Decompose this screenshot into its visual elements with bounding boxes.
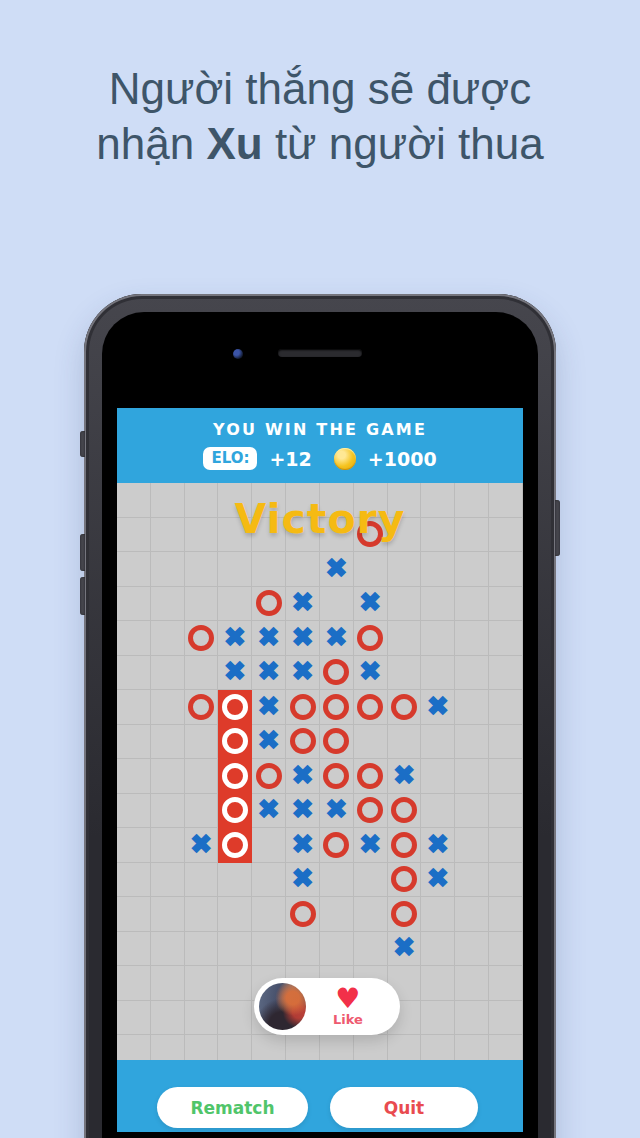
x-piece: ✖ <box>224 656 246 686</box>
earpiece-speaker <box>278 349 362 357</box>
board-cell: ✖ <box>286 587 320 622</box>
board-cell <box>252 1035 286 1060</box>
board-cell <box>151 1001 185 1036</box>
o-piece <box>357 694 383 720</box>
like-label: Like <box>333 1012 363 1027</box>
board-cell <box>117 1001 151 1036</box>
x-piece: ✖ <box>258 622 280 652</box>
o-piece <box>222 728 248 754</box>
power-button <box>555 500 560 556</box>
board-cell <box>388 690 422 725</box>
board-cell <box>151 656 185 691</box>
x-piece: ✖ <box>427 829 449 859</box>
board-cell <box>421 725 455 760</box>
board-cell: ✖ <box>218 621 252 656</box>
board-cell: ✖ <box>185 828 219 863</box>
board-cell <box>252 863 286 898</box>
board-cell <box>320 587 354 622</box>
board-cell <box>421 794 455 829</box>
board-cell <box>489 759 523 794</box>
board-cell <box>185 1035 219 1060</box>
board-cell <box>185 725 219 760</box>
o-piece <box>222 694 248 720</box>
board-cell <box>421 897 455 932</box>
o-piece <box>323 659 349 685</box>
board-cell <box>252 932 286 967</box>
board-cell <box>218 690 252 725</box>
board-cell <box>185 759 219 794</box>
board-cell: ✖ <box>286 621 320 656</box>
x-piece: ✖ <box>325 622 347 652</box>
o-piece <box>391 901 417 927</box>
board-cell <box>388 863 422 898</box>
board-cell: ✖ <box>421 690 455 725</box>
board-cell: ✖ <box>421 828 455 863</box>
board-cell <box>117 828 151 863</box>
board-cell <box>185 1001 219 1036</box>
board-cell: ✖ <box>421 863 455 898</box>
board-cell <box>185 552 219 587</box>
opponent-avatar[interactable] <box>259 983 306 1030</box>
board-cell: ✖ <box>354 587 388 622</box>
board-cell <box>354 1035 388 1060</box>
board-cell: ✖ <box>252 725 286 760</box>
x-piece: ✖ <box>325 553 347 583</box>
victory-text: Victory <box>117 495 523 543</box>
board-cell: ✖ <box>286 863 320 898</box>
board-cell <box>185 932 219 967</box>
board-cell <box>455 656 489 691</box>
board-cell <box>388 552 422 587</box>
o-piece <box>357 797 383 823</box>
board-cell <box>421 1035 455 1060</box>
x-piece: ✖ <box>359 829 381 859</box>
board-cell <box>151 690 185 725</box>
board-cell <box>185 587 219 622</box>
board-cell <box>218 966 252 1001</box>
board-cell <box>286 897 320 932</box>
front-camera-icon <box>233 349 243 359</box>
game-board: ✖✖✖✖✖✖✖✖✖✖✖✖✖✖✖✖✖✖✖✖✖✖✖✖✖✖ Victory ♥ Lik… <box>117 483 523 1060</box>
board-cell: ✖ <box>252 794 286 829</box>
board-cell: ✖ <box>320 794 354 829</box>
x-piece: ✖ <box>190 829 212 859</box>
rematch-button[interactable]: Rematch <box>157 1087 308 1128</box>
board-cell <box>320 932 354 967</box>
o-piece <box>290 728 316 754</box>
o-piece <box>323 728 349 754</box>
board-cell <box>354 863 388 898</box>
heart-icon: ♥ <box>335 986 360 1013</box>
board-cell <box>489 587 523 622</box>
x-piece: ✖ <box>292 863 314 893</box>
board-cell <box>117 656 151 691</box>
board-cell <box>388 656 422 691</box>
board-cell <box>354 690 388 725</box>
board-cell <box>252 897 286 932</box>
o-piece <box>391 832 417 858</box>
board-cell <box>354 552 388 587</box>
board-cell <box>421 932 455 967</box>
elo-delta: +12 <box>269 448 311 470</box>
board-cell <box>388 794 422 829</box>
board-cell <box>117 759 151 794</box>
board-cell <box>151 725 185 760</box>
x-piece: ✖ <box>393 932 415 962</box>
o-piece <box>391 694 417 720</box>
board-cell <box>218 863 252 898</box>
board-cell: ✖ <box>320 621 354 656</box>
o-piece <box>188 625 214 651</box>
x-piece: ✖ <box>292 794 314 824</box>
page: { "game": "Caro / Gomoku (five-in-a-row … <box>0 0 640 1138</box>
board-cell <box>489 863 523 898</box>
board-cell <box>117 621 151 656</box>
board-cell <box>151 587 185 622</box>
board-cell <box>185 897 219 932</box>
volume-down-button <box>80 577 85 615</box>
board-cell <box>320 759 354 794</box>
board-cell <box>455 725 489 760</box>
x-piece: ✖ <box>325 794 347 824</box>
board-cell <box>117 1035 151 1060</box>
board-cell: ✖ <box>252 656 286 691</box>
board-cell <box>320 863 354 898</box>
board-cell <box>117 552 151 587</box>
board-cell <box>218 932 252 967</box>
quit-button[interactable]: Quit <box>330 1087 478 1128</box>
board-cell: ✖ <box>252 621 286 656</box>
board-cell <box>489 690 523 725</box>
x-piece: ✖ <box>427 691 449 721</box>
board-cell <box>218 725 252 760</box>
board-cell <box>117 725 151 760</box>
board-cell <box>455 621 489 656</box>
board-cell <box>320 725 354 760</box>
x-piece: ✖ <box>258 691 280 721</box>
board-cell <box>354 621 388 656</box>
reward-row: ELO: +12 +1000 <box>117 447 523 470</box>
board-cell <box>320 656 354 691</box>
board-cell <box>117 690 151 725</box>
board-cell <box>218 587 252 622</box>
board-cell: ✖ <box>286 828 320 863</box>
board-cell <box>421 621 455 656</box>
board-cell <box>455 690 489 725</box>
board-cell <box>151 932 185 967</box>
o-piece <box>391 797 417 823</box>
promo-heading-line2: nhận Xu từ người thua <box>0 117 640 172</box>
o-piece <box>222 832 248 858</box>
board-cell <box>421 656 455 691</box>
board-cell <box>489 552 523 587</box>
elo-badge: ELO: <box>203 447 257 470</box>
board-cell <box>489 1001 523 1036</box>
board-cell <box>455 552 489 587</box>
board-cell <box>151 828 185 863</box>
board-cell <box>354 897 388 932</box>
board-cell <box>455 587 489 622</box>
o-piece <box>357 625 383 651</box>
o-piece <box>391 866 417 892</box>
board-cell: ✖ <box>286 656 320 691</box>
board-cell <box>252 587 286 622</box>
board-cell <box>455 794 489 829</box>
board-cell <box>117 897 151 932</box>
board-cell <box>185 966 219 1001</box>
board-cell <box>151 863 185 898</box>
o-piece <box>323 763 349 789</box>
board-cell <box>421 552 455 587</box>
o-piece <box>357 763 383 789</box>
board-cell: ✖ <box>252 690 286 725</box>
board-cell <box>489 966 523 1001</box>
board-cell <box>320 897 354 932</box>
board-cell <box>218 828 252 863</box>
win-title: YOU WIN THE GAME <box>117 408 523 439</box>
x-piece: ✖ <box>292 829 314 859</box>
phone-frame: YOU WIN THE GAME ELO: +12 +1000 ✖✖✖✖✖✖✖✖… <box>84 294 556 1138</box>
o-piece <box>323 832 349 858</box>
o-piece <box>222 797 248 823</box>
board-cell <box>354 794 388 829</box>
game-header: YOU WIN THE GAME ELO: +12 +1000 <box>117 408 523 483</box>
board-cell <box>117 966 151 1001</box>
board-cell <box>151 897 185 932</box>
board-cell <box>252 828 286 863</box>
board-cell: ✖ <box>320 552 354 587</box>
board-cell <box>151 759 185 794</box>
board-cell <box>218 1001 252 1036</box>
board-cell <box>151 621 185 656</box>
o-piece <box>256 590 282 616</box>
promo-heading: Người thắng sẽ được nhận Xu từ người thu… <box>0 62 640 171</box>
board-cell <box>117 587 151 622</box>
board-cell <box>421 759 455 794</box>
board-cell <box>218 897 252 932</box>
board-cell <box>185 656 219 691</box>
board-cell <box>218 759 252 794</box>
board-cell <box>286 552 320 587</box>
x-piece: ✖ <box>292 587 314 617</box>
board-cell <box>455 966 489 1001</box>
board-cell <box>252 759 286 794</box>
board-cell <box>320 828 354 863</box>
o-piece <box>256 763 282 789</box>
x-piece: ✖ <box>427 863 449 893</box>
board-cell: ✖ <box>388 759 422 794</box>
board-cell <box>354 725 388 760</box>
board-cell <box>489 725 523 760</box>
board-cell <box>388 587 422 622</box>
phone-screen: YOU WIN THE GAME ELO: +12 +1000 ✖✖✖✖✖✖✖✖… <box>117 408 523 1132</box>
promo-heading-line1: Người thắng sẽ được <box>0 62 640 117</box>
board-cell <box>320 1035 354 1060</box>
board-cell <box>421 1001 455 1036</box>
x-piece: ✖ <box>258 794 280 824</box>
board-cell <box>489 621 523 656</box>
board-cell <box>455 1035 489 1060</box>
board-cell <box>455 932 489 967</box>
board-cell <box>354 932 388 967</box>
board-cell <box>455 1001 489 1036</box>
bottom-bar: Rematch Quit <box>117 1060 523 1132</box>
board-cell <box>151 552 185 587</box>
x-piece: ✖ <box>224 622 246 652</box>
x-piece: ✖ <box>393 760 415 790</box>
board-cell <box>388 897 422 932</box>
o-piece <box>290 901 316 927</box>
board-cell <box>489 794 523 829</box>
board-cell <box>151 794 185 829</box>
board-cell <box>185 863 219 898</box>
board-cell <box>218 1035 252 1060</box>
x-piece: ✖ <box>258 725 280 755</box>
board-cell <box>117 932 151 967</box>
board-cell <box>185 621 219 656</box>
like-button[interactable]: ♥ Like <box>306 986 390 1028</box>
volume-up-button <box>80 534 85 571</box>
board-cell <box>388 621 422 656</box>
x-piece: ✖ <box>359 587 381 617</box>
board-cell <box>117 794 151 829</box>
x-piece: ✖ <box>359 656 381 686</box>
x-piece: ✖ <box>292 760 314 790</box>
board-cell <box>151 966 185 1001</box>
board-cell <box>489 932 523 967</box>
board-cell: ✖ <box>286 759 320 794</box>
x-piece: ✖ <box>258 656 280 686</box>
coin-delta: +1000 <box>368 448 437 470</box>
board-cell <box>421 587 455 622</box>
board-cell <box>218 552 252 587</box>
board-cell <box>151 1035 185 1060</box>
o-piece <box>188 694 214 720</box>
board-cell <box>354 759 388 794</box>
board-cell <box>117 863 151 898</box>
x-piece: ✖ <box>292 622 314 652</box>
board-cell <box>218 794 252 829</box>
board-cell: ✖ <box>354 656 388 691</box>
board-cell: ✖ <box>218 656 252 691</box>
board-cell <box>455 828 489 863</box>
board-cell <box>455 897 489 932</box>
board-cell <box>388 725 422 760</box>
like-panel: ♥ Like <box>254 978 400 1035</box>
board-cell: ✖ <box>354 828 388 863</box>
o-piece <box>323 694 349 720</box>
board-cell <box>252 552 286 587</box>
board-cell <box>489 1035 523 1060</box>
board-cell <box>185 794 219 829</box>
board-cell <box>489 656 523 691</box>
x-piece: ✖ <box>292 656 314 686</box>
board-grid: ✖✖✖✖✖✖✖✖✖✖✖✖✖✖✖✖✖✖✖✖✖✖✖✖✖✖ <box>117 483 523 1060</box>
coin-icon <box>334 448 356 470</box>
o-piece <box>290 694 316 720</box>
board-cell <box>320 690 354 725</box>
board-cell <box>455 863 489 898</box>
board-cell <box>286 725 320 760</box>
board-cell: ✖ <box>286 794 320 829</box>
board-cell <box>388 1035 422 1060</box>
board-cell <box>286 1035 320 1060</box>
board-cell <box>489 897 523 932</box>
o-piece <box>222 763 248 789</box>
board-cell: ✖ <box>388 932 422 967</box>
board-cell <box>455 759 489 794</box>
board-cell <box>489 828 523 863</box>
board-cell <box>286 690 320 725</box>
board-cell <box>185 690 219 725</box>
phone-bezel: YOU WIN THE GAME ELO: +12 +1000 ✖✖✖✖✖✖✖✖… <box>102 312 538 1138</box>
board-cell <box>286 932 320 967</box>
mute-switch <box>80 431 85 457</box>
board-cell <box>388 828 422 863</box>
board-cell <box>421 966 455 1001</box>
